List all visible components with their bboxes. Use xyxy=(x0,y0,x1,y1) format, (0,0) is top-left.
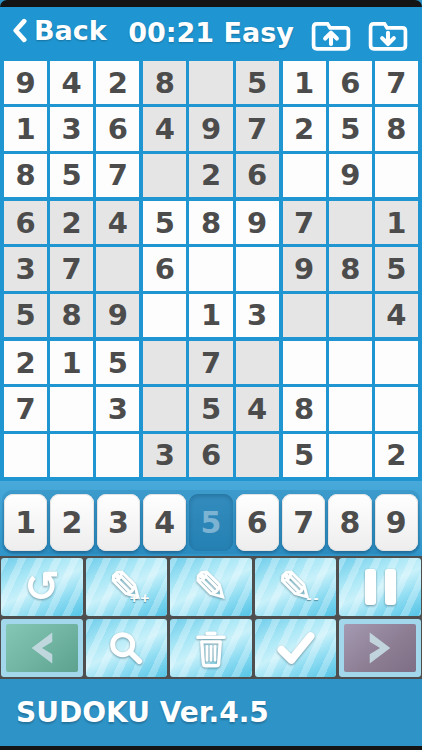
pause-icon xyxy=(365,569,396,605)
cell-r9c7[interactable]: 5 xyxy=(283,434,326,477)
cell-r7c2[interactable]: 1 xyxy=(50,341,93,384)
delete-button[interactable] xyxy=(170,619,252,677)
magnifier-icon xyxy=(106,628,146,668)
cell-r1c8[interactable]: 6 xyxy=(329,61,372,104)
trash-icon xyxy=(192,628,230,668)
cell-r7c8[interactable] xyxy=(329,341,372,384)
cell-r8c6[interactable]: 4 xyxy=(236,387,279,430)
box-6: 719854 xyxy=(283,201,418,337)
cell-r4c2[interactable]: 2 xyxy=(50,201,93,244)
cell-r4c4[interactable]: 5 xyxy=(143,201,186,244)
back-button[interactable]: Back xyxy=(12,15,107,46)
numpad-key-4[interactable]: 4 xyxy=(143,494,186,551)
cell-r4c6[interactable]: 9 xyxy=(236,201,279,244)
numpad-key-7[interactable]: 7 xyxy=(282,494,325,551)
cell-r2c1[interactable]: 1 xyxy=(4,107,47,150)
cell-r6c7[interactable] xyxy=(283,294,326,337)
numpad-key-2[interactable]: 2 xyxy=(50,494,93,551)
cell-r3c5[interactable]: 2 xyxy=(189,154,232,197)
folder-download-icon xyxy=(366,16,410,53)
numpad-key-5[interactable]: 5 xyxy=(189,494,232,551)
back-chevron-icon xyxy=(12,18,27,43)
box-3: 1672589 xyxy=(283,61,418,197)
cell-r8c4[interactable] xyxy=(143,387,186,430)
box-9: 852 xyxy=(283,341,418,477)
pencil-button[interactable]: ✎ xyxy=(170,558,252,616)
cell-r3c3[interactable]: 7 xyxy=(96,154,139,197)
cell-r2c4[interactable]: 4 xyxy=(143,107,186,150)
cell-r7c5[interactable]: 7 xyxy=(189,341,232,384)
save-game-button[interactable] xyxy=(309,16,353,56)
screen-top-edge xyxy=(0,0,422,7)
pause-button[interactable] xyxy=(339,558,421,616)
cell-r1c4[interactable]: 8 xyxy=(143,61,186,104)
app-screen: Back 00:21 Easy 942136857854972616725896… xyxy=(0,0,422,750)
box-7: 21573 xyxy=(4,341,139,477)
next-arrow-icon xyxy=(357,628,403,668)
cell-r9c6[interactable] xyxy=(236,434,279,477)
cell-r9c2[interactable] xyxy=(50,434,93,477)
cell-r2c9[interactable]: 8 xyxy=(375,107,418,150)
cell-r3c1[interactable]: 8 xyxy=(4,154,47,197)
app-version-label: SUDOKU Ver.4.5 xyxy=(16,696,269,729)
cell-r2c6[interactable]: 7 xyxy=(236,107,279,150)
number-keys: 123456789 xyxy=(4,494,418,551)
numpad-key-1[interactable]: 1 xyxy=(4,494,47,551)
check-solution-button[interactable] xyxy=(255,619,337,677)
cell-r5c8[interactable]: 8 xyxy=(329,247,372,290)
undo-icon: ↺ xyxy=(24,566,59,608)
cell-r1c3[interactable]: 2 xyxy=(96,61,139,104)
cell-r8c7[interactable]: 8 xyxy=(283,387,326,430)
cell-r2c7[interactable]: 2 xyxy=(283,107,326,150)
cell-r5c7[interactable]: 9 xyxy=(283,247,326,290)
file-buttons xyxy=(309,16,410,56)
next-puzzle-button[interactable] xyxy=(339,619,421,677)
zoom-button[interactable] xyxy=(86,619,168,677)
footer-bar: SUDOKU Ver.4.5 xyxy=(0,679,422,750)
cell-r5c3[interactable] xyxy=(96,247,139,290)
cell-r8c9[interactable] xyxy=(375,387,418,430)
cell-r6c3[interactable]: 9 xyxy=(96,294,139,337)
cell-r1c1[interactable]: 9 xyxy=(4,61,47,104)
cell-r2c2[interactable]: 3 xyxy=(50,107,93,150)
cell-r9c9[interactable]: 2 xyxy=(375,434,418,477)
box-4: 62437589 xyxy=(4,201,139,337)
cell-r1c2[interactable]: 4 xyxy=(50,61,93,104)
cell-r6c8[interactable] xyxy=(329,294,372,337)
cell-r1c6[interactable]: 5 xyxy=(236,61,279,104)
cell-r6c9[interactable]: 4 xyxy=(375,294,418,337)
cell-r7c7[interactable] xyxy=(283,341,326,384)
cell-r1c7[interactable]: 1 xyxy=(283,61,326,104)
cell-r5c6[interactable] xyxy=(236,247,279,290)
cell-r8c3[interactable]: 3 xyxy=(96,387,139,430)
number-pad: 123456789 xyxy=(0,481,422,556)
cell-r2c5[interactable]: 9 xyxy=(189,107,232,150)
cell-r7c3[interactable]: 5 xyxy=(96,341,139,384)
cell-r3c8[interactable]: 9 xyxy=(329,154,372,197)
check-icon xyxy=(274,628,318,668)
cell-r4c3[interactable]: 4 xyxy=(96,201,139,244)
cell-r7c1[interactable]: 2 xyxy=(4,341,47,384)
cell-r9c5[interactable]: 6 xyxy=(189,434,232,477)
box-2: 8549726 xyxy=(143,61,278,197)
cell-r4c8[interactable] xyxy=(329,201,372,244)
cell-r7c6[interactable] xyxy=(236,341,279,384)
cell-r5c2[interactable]: 7 xyxy=(50,247,93,290)
back-label: Back xyxy=(34,15,107,46)
pencil-add-button[interactable]: ✎ ++ xyxy=(86,558,168,616)
numpad-key-8[interactable]: 8 xyxy=(328,494,371,551)
box-1: 942136857 xyxy=(4,61,139,197)
cell-r7c9[interactable] xyxy=(375,341,418,384)
numpad-key-6[interactable]: 6 xyxy=(236,494,279,551)
cell-r3c2[interactable]: 5 xyxy=(50,154,93,197)
cell-r2c8[interactable]: 5 xyxy=(329,107,372,150)
cell-r4c7[interactable]: 7 xyxy=(283,201,326,244)
load-game-button[interactable] xyxy=(366,16,410,56)
cell-r1c5[interactable] xyxy=(189,61,232,104)
cell-r4c5[interactable]: 8 xyxy=(189,201,232,244)
cell-r8c1[interactable]: 7 xyxy=(4,387,47,430)
cell-r9c3[interactable] xyxy=(96,434,139,477)
cell-r9c4[interactable]: 3 xyxy=(143,434,186,477)
cell-r9c8[interactable] xyxy=(329,434,372,477)
sudoku-board: 9421368578549726167258962437589589613719… xyxy=(0,57,422,481)
box-8: 75436 xyxy=(143,341,278,477)
cell-r6c2[interactable]: 8 xyxy=(50,294,93,337)
cell-r5c9[interactable]: 5 xyxy=(375,247,418,290)
pencil-remove-label: -- xyxy=(306,589,320,606)
numpad-key-3[interactable]: 3 xyxy=(97,494,140,551)
folder-upload-icon xyxy=(309,16,353,53)
numpad-key-9[interactable]: 9 xyxy=(375,494,418,551)
cell-r3c4[interactable] xyxy=(143,154,186,197)
cell-r3c6[interactable]: 6 xyxy=(236,154,279,197)
cell-r3c7[interactable] xyxy=(283,154,326,197)
cell-r6c5[interactable]: 1 xyxy=(189,294,232,337)
cell-r7c4[interactable] xyxy=(143,341,186,384)
cell-r1c9[interactable]: 7 xyxy=(375,61,418,104)
cell-r5c5[interactable] xyxy=(189,247,232,290)
pencil-remove-button[interactable]: ✎ -- xyxy=(255,558,337,616)
cell-r2c3[interactable]: 6 xyxy=(96,107,139,150)
cell-r5c4[interactable]: 6 xyxy=(143,247,186,290)
pencil-icon: ✎ xyxy=(193,566,228,608)
cell-r5c1[interactable]: 3 xyxy=(4,247,47,290)
cell-r3c9[interactable] xyxy=(375,154,418,197)
cell-r6c6[interactable]: 3 xyxy=(236,294,279,337)
cell-r4c1[interactable]: 6 xyxy=(4,201,47,244)
screen-bottom-edge xyxy=(0,746,422,750)
box-5: 589613 xyxy=(143,201,278,337)
cell-r4c9[interactable]: 1 xyxy=(375,201,418,244)
top-bar: Back 00:21 Easy xyxy=(0,7,422,57)
cell-r6c1[interactable]: 5 xyxy=(4,294,47,337)
cell-r8c8[interactable] xyxy=(329,387,372,430)
cell-r6c4[interactable] xyxy=(143,294,186,337)
cell-r8c2[interactable] xyxy=(50,387,93,430)
cell-r9c1[interactable] xyxy=(4,434,47,477)
prev-puzzle-button[interactable] xyxy=(1,619,83,677)
pencil-add-label: ++ xyxy=(130,589,152,606)
tool-panel: ↺ ✎ ++ ✎ ✎ -- xyxy=(0,556,422,679)
undo-button[interactable]: ↺ xyxy=(1,558,83,616)
cell-r8c5[interactable]: 5 xyxy=(189,387,232,430)
prev-arrow-icon xyxy=(19,628,65,668)
